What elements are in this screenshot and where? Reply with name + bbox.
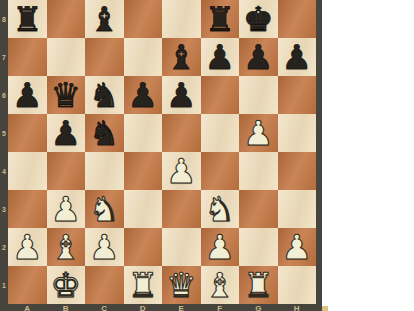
black-queen: ♛	[47, 76, 86, 114]
white-queen: ♛	[162, 266, 201, 304]
white-pawn: ♟	[201, 228, 240, 266]
rank-coordinates: 87654321	[0, 0, 8, 304]
square-e6[interactable]: ♟	[162, 76, 201, 114]
black-bishop: ♝	[85, 0, 124, 38]
square-h3[interactable]	[278, 190, 317, 228]
square-g8[interactable]: ♚	[239, 0, 278, 38]
square-h5[interactable]	[278, 114, 317, 152]
file-label-a: A	[24, 305, 30, 311]
white-rook: ♜	[124, 266, 163, 304]
white-bishop: ♝	[201, 266, 240, 304]
rank-label-5: 5	[0, 114, 8, 152]
black-pawn: ♟	[162, 76, 201, 114]
rank-label-1: 1	[0, 266, 8, 304]
board-frame-bottom	[0, 304, 322, 311]
rank-label-8: 8	[0, 0, 8, 38]
rank-label-7: 7	[0, 38, 8, 76]
square-g1[interactable]: ♜	[239, 266, 278, 304]
square-f8[interactable]: ♜	[201, 0, 240, 38]
square-c1[interactable]	[85, 266, 124, 304]
black-pawn: ♟	[201, 38, 240, 76]
square-g7[interactable]: ♟	[239, 38, 278, 76]
chess-board[interactable]: ♜♝♜♚♝♟♟♟♟♛♞♟♟♟♞♟♟♟♞♞♟♝♟♟♟♚♜♛♝♜	[8, 0, 316, 304]
square-a8[interactable]: ♜	[8, 0, 47, 38]
square-g6[interactable]	[239, 76, 278, 114]
black-pawn: ♟	[47, 114, 86, 152]
rank-label-3: 3	[0, 190, 8, 228]
board-frame-right	[316, 0, 322, 311]
square-f6[interactable]	[201, 76, 240, 114]
square-g4[interactable]	[239, 152, 278, 190]
rank-label-2: 2	[0, 228, 8, 266]
square-d1[interactable]: ♜	[124, 266, 163, 304]
white-pawn: ♟	[162, 152, 201, 190]
square-a5[interactable]	[8, 114, 47, 152]
file-label-e: E	[179, 305, 184, 311]
square-c5[interactable]: ♞	[85, 114, 124, 152]
square-b4[interactable]	[47, 152, 86, 190]
square-c3[interactable]: ♞	[85, 190, 124, 228]
square-h2[interactable]: ♟	[278, 228, 317, 266]
square-a7[interactable]	[8, 38, 47, 76]
square-g2[interactable]	[239, 228, 278, 266]
file-label-g: G	[255, 305, 261, 311]
square-h7[interactable]: ♟	[278, 38, 317, 76]
white-knight: ♞	[201, 190, 240, 228]
white-knight: ♞	[85, 190, 124, 228]
square-d7[interactable]	[124, 38, 163, 76]
square-d8[interactable]	[124, 0, 163, 38]
square-b5[interactable]: ♟	[47, 114, 86, 152]
square-f5[interactable]	[201, 114, 240, 152]
black-pawn: ♟	[8, 76, 47, 114]
square-b8[interactable]	[47, 0, 86, 38]
square-a4[interactable]	[8, 152, 47, 190]
square-e7[interactable]: ♝	[162, 38, 201, 76]
square-f1[interactable]: ♝	[201, 266, 240, 304]
square-d5[interactable]	[124, 114, 163, 152]
square-d3[interactable]	[124, 190, 163, 228]
square-h4[interactable]	[278, 152, 317, 190]
square-h8[interactable]	[278, 0, 317, 38]
file-label-b: B	[63, 305, 69, 311]
square-b2[interactable]: ♝	[47, 228, 86, 266]
square-e3[interactable]	[162, 190, 201, 228]
cutoff-ui-fragment	[322, 306, 328, 311]
square-c8[interactable]: ♝	[85, 0, 124, 38]
black-pawn: ♟	[124, 76, 163, 114]
square-h6[interactable]	[278, 76, 317, 114]
file-label-f: F	[217, 305, 222, 311]
square-c6[interactable]: ♞	[85, 76, 124, 114]
square-f4[interactable]	[201, 152, 240, 190]
black-king: ♚	[239, 0, 278, 38]
white-pawn: ♟	[8, 228, 47, 266]
square-a6[interactable]: ♟	[8, 76, 47, 114]
white-rook: ♜	[239, 266, 278, 304]
square-e5[interactable]	[162, 114, 201, 152]
square-e8[interactable]	[162, 0, 201, 38]
file-label-h: H	[294, 305, 300, 311]
square-a1[interactable]	[8, 266, 47, 304]
black-rook: ♜	[201, 0, 240, 38]
rank-label-6: 6	[0, 76, 8, 114]
square-f3[interactable]: ♞	[201, 190, 240, 228]
square-h1[interactable]	[278, 266, 317, 304]
square-e2[interactable]	[162, 228, 201, 266]
square-c2[interactable]: ♟	[85, 228, 124, 266]
square-b7[interactable]	[47, 38, 86, 76]
square-a3[interactable]	[8, 190, 47, 228]
square-f2[interactable]: ♟	[201, 228, 240, 266]
chess-app-screen: 87654321 ♜♝♜♚♝♟♟♟♟♛♞♟♟♟♞♟♟♟♞♞♟♝♟♟♟♚♜♛♝♜ …	[0, 0, 414, 311]
file-label-d: D	[140, 305, 146, 311]
white-pawn: ♟	[278, 228, 317, 266]
square-c4[interactable]	[85, 152, 124, 190]
square-g5[interactable]: ♟	[239, 114, 278, 152]
black-bishop: ♝	[162, 38, 201, 76]
square-b3[interactable]: ♟	[47, 190, 86, 228]
white-bishop: ♝	[47, 228, 86, 266]
square-g3[interactable]	[239, 190, 278, 228]
white-king: ♚	[47, 266, 86, 304]
square-b1[interactable]: ♚	[47, 266, 86, 304]
square-c7[interactable]	[85, 38, 124, 76]
black-knight: ♞	[85, 114, 124, 152]
black-rook: ♜	[8, 0, 47, 38]
black-pawn: ♟	[239, 38, 278, 76]
black-knight: ♞	[85, 76, 124, 114]
square-a2[interactable]: ♟	[8, 228, 47, 266]
square-e1[interactable]: ♛	[162, 266, 201, 304]
square-d6[interactable]: ♟	[124, 76, 163, 114]
square-e4[interactable]: ♟	[162, 152, 201, 190]
square-f7[interactable]: ♟	[201, 38, 240, 76]
white-pawn: ♟	[239, 114, 278, 152]
square-b6[interactable]: ♛	[47, 76, 86, 114]
white-pawn: ♟	[47, 190, 86, 228]
black-pawn: ♟	[278, 38, 317, 76]
square-d4[interactable]	[124, 152, 163, 190]
white-pawn: ♟	[85, 228, 124, 266]
square-d2[interactable]	[124, 228, 163, 266]
file-label-c: C	[101, 305, 107, 311]
rank-label-4: 4	[0, 152, 8, 190]
